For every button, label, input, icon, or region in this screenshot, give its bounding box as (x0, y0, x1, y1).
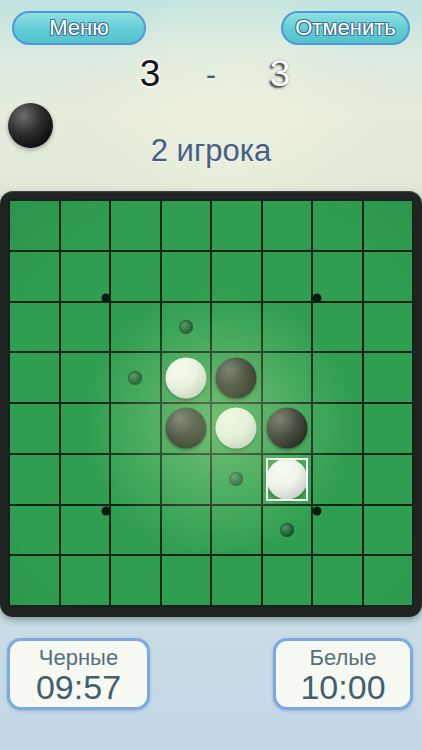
cell-g3[interactable] (313, 303, 362, 352)
cell-f6[interactable] (263, 455, 312, 504)
cell-b5[interactable] (61, 404, 110, 453)
cell-d1[interactable] (162, 201, 211, 250)
cell-c4[interactable] (111, 353, 160, 402)
board-frame (0, 191, 422, 617)
black-clock-time: 09:57 (10, 670, 147, 704)
legal-move-hint[interactable] (280, 523, 294, 537)
cell-e6[interactable] (212, 455, 261, 504)
cell-g5[interactable] (313, 404, 362, 453)
cell-d4[interactable] (162, 353, 211, 402)
menu-button[interactable]: Меню (12, 11, 146, 45)
black-disc (216, 357, 257, 398)
cell-h2[interactable] (364, 252, 413, 301)
cell-d2[interactable] (162, 252, 211, 301)
cell-g1[interactable] (313, 201, 362, 250)
cell-a2[interactable] (10, 252, 59, 301)
cell-g7[interactable] (313, 506, 362, 555)
cell-a7[interactable] (10, 506, 59, 555)
legal-move-hint[interactable] (229, 472, 243, 486)
cell-h1[interactable] (364, 201, 413, 250)
cell-g8[interactable] (313, 556, 362, 605)
cell-f3[interactable] (263, 303, 312, 352)
cell-f2[interactable] (263, 252, 312, 301)
cell-e5[interactable] (212, 404, 261, 453)
cell-c1[interactable] (111, 201, 160, 250)
cell-d8[interactable] (162, 556, 211, 605)
cell-h5[interactable] (364, 404, 413, 453)
cell-h8[interactable] (364, 556, 413, 605)
score-separator: - (206, 56, 216, 94)
cell-g2[interactable] (313, 252, 362, 301)
cell-h4[interactable] (364, 353, 413, 402)
cell-e2[interactable] (212, 252, 261, 301)
cell-a3[interactable] (10, 303, 59, 352)
white-clock-time: 10:00 (276, 670, 410, 704)
cell-d6[interactable] (162, 455, 211, 504)
cell-b7[interactable] (61, 506, 110, 555)
white-clock: Белые 10:00 (273, 638, 413, 710)
cell-e8[interactable] (212, 556, 261, 605)
white-disc (165, 357, 206, 398)
legal-move-hint[interactable] (128, 371, 142, 385)
cell-a5[interactable] (10, 404, 59, 453)
game-mode-label: 2 игрока (0, 133, 422, 169)
black-disc (266, 408, 307, 449)
cell-b8[interactable] (61, 556, 110, 605)
black-clock: Черные 09:57 (7, 638, 150, 710)
undo-button[interactable]: Отменить (281, 11, 410, 45)
cell-c3[interactable] (111, 303, 160, 352)
cell-f4[interactable] (263, 353, 312, 402)
cell-h3[interactable] (364, 303, 413, 352)
cell-e3[interactable] (212, 303, 261, 352)
cell-g6[interactable] (313, 455, 362, 504)
black-clock-label: Черные (10, 646, 147, 670)
cell-a6[interactable] (10, 455, 59, 504)
cell-f1[interactable] (263, 201, 312, 250)
cell-g4[interactable] (313, 353, 362, 402)
cell-a1[interactable] (10, 201, 59, 250)
cell-c5[interactable] (111, 404, 160, 453)
white-disc (216, 408, 257, 449)
white-disc (266, 459, 307, 500)
cell-e1[interactable] (212, 201, 261, 250)
cell-a8[interactable] (10, 556, 59, 605)
cell-f8[interactable] (263, 556, 312, 605)
board-grid (8, 199, 414, 607)
cell-b6[interactable] (61, 455, 110, 504)
cell-d3[interactable] (162, 303, 211, 352)
cell-e7[interactable] (212, 506, 261, 555)
cell-d7[interactable] (162, 506, 211, 555)
legal-move-hint[interactable] (179, 320, 193, 334)
cell-c6[interactable] (111, 455, 160, 504)
cell-c7[interactable] (111, 506, 160, 555)
white-score: 3 (270, 55, 291, 93)
black-score: 3 (140, 55, 161, 93)
cell-f7[interactable] (263, 506, 312, 555)
white-clock-label: Белые (276, 646, 410, 670)
cell-c2[interactable] (111, 252, 160, 301)
score-bar: 3 - 3 (0, 55, 422, 95)
cell-b1[interactable] (61, 201, 110, 250)
cell-h6[interactable] (364, 455, 413, 504)
cell-c8[interactable] (111, 556, 160, 605)
game-screen: Меню Отменить 3 - 3 2 игрока Черные 09:5… (0, 0, 422, 750)
cell-b2[interactable] (61, 252, 110, 301)
cell-f5[interactable] (263, 404, 312, 453)
cell-a4[interactable] (10, 353, 59, 402)
cell-h7[interactable] (364, 506, 413, 555)
black-disc (165, 408, 206, 449)
cell-b4[interactable] (61, 353, 110, 402)
cell-e4[interactable] (212, 353, 261, 402)
cell-d5[interactable] (162, 404, 211, 453)
cell-b3[interactable] (61, 303, 110, 352)
